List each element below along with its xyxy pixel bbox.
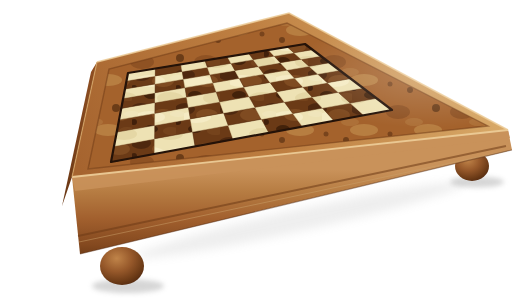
chessboard-product-photo [0, 0, 522, 300]
board-foot-left [100, 247, 144, 285]
chessboard-photo [0, 0, 522, 300]
